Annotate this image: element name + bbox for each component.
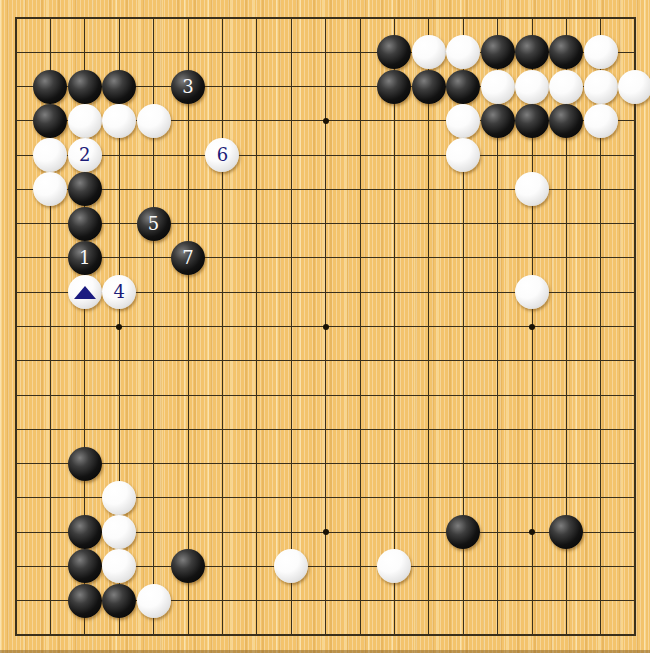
- black-stone: [68, 70, 102, 104]
- black-stone: 5: [137, 207, 171, 241]
- white-stone: [515, 172, 549, 206]
- go-board: 3265174: [0, 0, 650, 653]
- white-stone: [102, 481, 136, 515]
- black-stone: [68, 207, 102, 241]
- move-number-label: 4: [102, 275, 136, 309]
- white-stone: [68, 275, 102, 309]
- white-stone: [618, 70, 650, 104]
- white-stone: [274, 549, 308, 583]
- black-stone: [412, 70, 446, 104]
- black-stone: [446, 70, 480, 104]
- move-number-label: 5: [137, 207, 171, 241]
- grid-line-vertical: [634, 17, 636, 636]
- white-stone: [481, 70, 515, 104]
- black-stone: [102, 584, 136, 618]
- black-stone: [68, 447, 102, 481]
- white-stone: [412, 35, 446, 69]
- star-point: [529, 324, 535, 330]
- black-stone: [481, 104, 515, 138]
- white-stone: [515, 70, 549, 104]
- grid-line-horizontal: [15, 429, 636, 430]
- white-stone: [33, 138, 67, 172]
- white-stone: [137, 104, 171, 138]
- black-stone: [68, 515, 102, 549]
- white-stone: [584, 104, 618, 138]
- star-point: [529, 529, 535, 535]
- black-stone: [446, 515, 480, 549]
- star-point: [323, 324, 329, 330]
- white-stone: [68, 104, 102, 138]
- move-number-label: 3: [171, 70, 205, 104]
- black-stone: [68, 172, 102, 206]
- black-stone: 7: [171, 241, 205, 275]
- black-stone: [549, 515, 583, 549]
- white-stone: [515, 275, 549, 309]
- star-point: [323, 529, 329, 535]
- black-stone: [33, 104, 67, 138]
- grid-line-horizontal: [15, 634, 636, 636]
- black-stone: [377, 70, 411, 104]
- grid-line-vertical: [360, 17, 361, 636]
- white-stone: [102, 549, 136, 583]
- move-number-label: 7: [171, 241, 205, 275]
- black-stone: [549, 35, 583, 69]
- black-stone: 1: [68, 241, 102, 275]
- white-stone: [33, 172, 67, 206]
- white-stone: 4: [102, 275, 136, 309]
- white-stone: [584, 70, 618, 104]
- white-stone: [377, 549, 411, 583]
- black-stone: [515, 104, 549, 138]
- grid-line-horizontal: [15, 360, 636, 361]
- black-stone: [515, 35, 549, 69]
- black-stone: [481, 35, 515, 69]
- white-stone: [446, 138, 480, 172]
- white-stone: [446, 104, 480, 138]
- star-point: [116, 324, 122, 330]
- grid-line-vertical: [428, 17, 429, 636]
- black-stone: [171, 549, 205, 583]
- black-stone: [68, 549, 102, 583]
- grid-line-horizontal: [15, 463, 636, 464]
- white-stone: [137, 584, 171, 618]
- white-stone: [102, 104, 136, 138]
- black-stone: 3: [171, 70, 205, 104]
- grid-line-horizontal: [15, 395, 636, 396]
- white-stone: 6: [205, 138, 239, 172]
- black-stone: [549, 104, 583, 138]
- white-stone: [584, 35, 618, 69]
- white-stone: [549, 70, 583, 104]
- move-number-label: 1: [68, 241, 102, 275]
- black-stone: [377, 35, 411, 69]
- move-number-label: 6: [205, 138, 239, 172]
- black-stone: [33, 70, 67, 104]
- triangle-marker-icon: [74, 286, 96, 299]
- go-diagram: 3265174: [0, 0, 650, 653]
- white-stone: [102, 515, 136, 549]
- star-point: [323, 118, 329, 124]
- white-stone: 2: [68, 138, 102, 172]
- black-stone: [68, 584, 102, 618]
- move-number-label: 2: [68, 138, 102, 172]
- black-stone: [102, 70, 136, 104]
- grid-line-vertical: [394, 17, 395, 636]
- white-stone: [446, 35, 480, 69]
